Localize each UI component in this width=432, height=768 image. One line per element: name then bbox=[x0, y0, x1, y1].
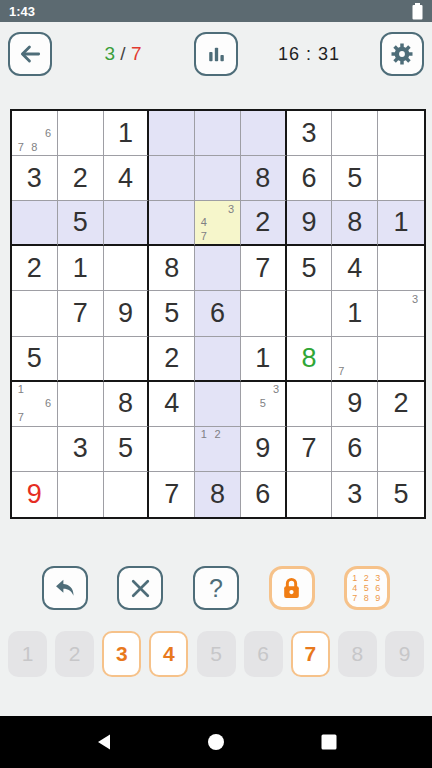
cell-r8c2[interactable]: 3 bbox=[58, 427, 104, 472]
cell-r8c8[interactable]: 6 bbox=[332, 427, 378, 472]
nav-back-icon[interactable] bbox=[95, 733, 113, 751]
numpad-3[interactable]: 3 bbox=[102, 631, 141, 677]
cell-r2c3[interactable]: 4 bbox=[104, 156, 150, 201]
cell-value: 8 bbox=[255, 165, 270, 192]
cell-r2c5[interactable] bbox=[195, 156, 241, 201]
cell-value: 9 bbox=[27, 481, 42, 508]
pencil-notes: 167 bbox=[14, 383, 55, 425]
score-correct: 3 bbox=[105, 43, 116, 64]
cell-value: 2 bbox=[394, 390, 409, 417]
lock-icon bbox=[278, 575, 305, 602]
gear-icon bbox=[388, 40, 416, 68]
cell-r1c3[interactable]: 1 bbox=[104, 111, 150, 156]
cell-r9c6[interactable]: 6 bbox=[241, 472, 287, 517]
cell-r6c1[interactable]: 5 bbox=[12, 337, 58, 382]
cell-r3c3[interactable] bbox=[104, 201, 150, 246]
cell-r7c8[interactable]: 9 bbox=[332, 382, 378, 427]
undo-icon bbox=[51, 575, 78, 602]
back-button[interactable] bbox=[8, 32, 52, 76]
cell-value: 5 bbox=[394, 481, 409, 508]
cell-r7c2[interactable] bbox=[58, 382, 104, 427]
cell-r4c4[interactable]: 8 bbox=[149, 246, 195, 291]
cell-value: 5 bbox=[164, 300, 179, 327]
cell-value: 6 bbox=[255, 481, 270, 508]
cell-r5c2[interactable]: 7 bbox=[58, 291, 104, 336]
cell-value: 1 bbox=[394, 209, 409, 236]
cell-r4c5[interactable] bbox=[195, 246, 241, 291]
cell-r5c4[interactable]: 5 bbox=[149, 291, 195, 336]
cell-r9c7[interactable] bbox=[287, 472, 333, 517]
cell-r3c9[interactable]: 1 bbox=[378, 201, 424, 246]
cell-value: 4 bbox=[118, 165, 133, 192]
cell-value: 1 bbox=[118, 120, 133, 147]
cell-value: 7 bbox=[302, 435, 317, 462]
numpad-4[interactable]: 4 bbox=[149, 631, 188, 677]
cell-r3c5[interactable]: 347 bbox=[195, 201, 241, 246]
cell-value: 5 bbox=[347, 165, 362, 192]
cell-value: 3 bbox=[27, 165, 42, 192]
cell-value: 1 bbox=[255, 345, 270, 372]
cell-value: 5 bbox=[73, 209, 88, 236]
cell-value: 9 bbox=[347, 390, 362, 417]
cell-r4c7[interactable]: 5 bbox=[287, 246, 333, 291]
notes-button[interactable]: 1 2 3 4 5 6 7 8 9 bbox=[344, 566, 390, 610]
numpad-7[interactable]: 7 bbox=[291, 631, 330, 677]
cell-r7c5[interactable] bbox=[195, 382, 241, 427]
cell-r7c7[interactable] bbox=[287, 382, 333, 427]
cell-r1c6[interactable] bbox=[241, 111, 287, 156]
cell-value: 6 bbox=[302, 165, 317, 192]
cell-r9c5[interactable]: 8 bbox=[195, 472, 241, 517]
cell-r6c2[interactable] bbox=[58, 337, 104, 382]
cell-r5c1[interactable] bbox=[12, 291, 58, 336]
cell-r8c7[interactable]: 7 bbox=[287, 427, 333, 472]
cell-value: 9 bbox=[302, 209, 317, 236]
cell-value: 8 bbox=[118, 390, 133, 417]
cell-r3c6[interactable]: 2 bbox=[241, 201, 287, 246]
pencil-notes: 678 bbox=[14, 112, 55, 154]
cell-r4c2[interactable]: 1 bbox=[58, 246, 104, 291]
score-wrong: 7 bbox=[131, 43, 142, 64]
cell-r3c4[interactable] bbox=[149, 201, 195, 246]
cell-r8c1[interactable] bbox=[12, 427, 58, 472]
cell-r4c6[interactable]: 7 bbox=[241, 246, 287, 291]
cell-r2c9[interactable] bbox=[378, 156, 424, 201]
status-bar: 1:43 bbox=[0, 0, 432, 22]
cell-value: 8 bbox=[302, 345, 317, 372]
back-arrow-icon bbox=[17, 41, 43, 67]
numpad-6[interactable]: 6 bbox=[244, 631, 283, 677]
cell-value: 9 bbox=[255, 435, 270, 462]
bar-chart-icon bbox=[204, 42, 229, 67]
cell-value: 5 bbox=[118, 435, 133, 462]
cell-r3c8[interactable]: 8 bbox=[332, 201, 378, 246]
cell-r6c8[interactable]: 7 bbox=[332, 337, 378, 382]
cell-r2c2[interactable]: 2 bbox=[58, 156, 104, 201]
number-pad: 123456789 bbox=[0, 631, 432, 677]
cell-value: 2 bbox=[164, 345, 179, 372]
undo-button[interactable] bbox=[42, 566, 88, 610]
pencil-notes: 12 bbox=[197, 428, 238, 470]
cell-r1c7[interactable]: 3 bbox=[287, 111, 333, 156]
cell-value: 5 bbox=[27, 345, 42, 372]
pencil-notes: 347 bbox=[197, 202, 238, 243]
cell-r8c4[interactable] bbox=[149, 427, 195, 472]
game-timer: 16 : 31 bbox=[238, 44, 380, 65]
numpad-2[interactable]: 2 bbox=[55, 631, 94, 677]
cell-value: 6 bbox=[210, 300, 225, 327]
cell-r9c2[interactable] bbox=[58, 472, 104, 517]
stats-button[interactable] bbox=[194, 32, 238, 76]
cell-r3c7[interactable]: 9 bbox=[287, 201, 333, 246]
cell-r7c6[interactable]: 35 bbox=[241, 382, 287, 427]
numpad-8[interactable]: 8 bbox=[338, 631, 377, 677]
cell-r6c9[interactable] bbox=[378, 337, 424, 382]
cell-r6c7[interactable]: 8 bbox=[287, 337, 333, 382]
cell-r5c5[interactable]: 6 bbox=[195, 291, 241, 336]
nav-home-icon[interactable] bbox=[207, 733, 225, 751]
cell-value: 7 bbox=[164, 481, 179, 508]
cell-value: 1 bbox=[73, 255, 88, 282]
numpad-1[interactable]: 1 bbox=[8, 631, 47, 677]
cell-r4c1[interactable]: 2 bbox=[12, 246, 58, 291]
cell-r6c5[interactable] bbox=[195, 337, 241, 382]
cell-value: 7 bbox=[73, 300, 88, 327]
cell-r5c8[interactable]: 1 bbox=[332, 291, 378, 336]
cell-r2c4[interactable] bbox=[149, 156, 195, 201]
cell-r1c5[interactable] bbox=[195, 111, 241, 156]
settings-button[interactable] bbox=[380, 32, 424, 76]
cell-value: 8 bbox=[210, 481, 225, 508]
cell-value: 3 bbox=[302, 120, 317, 147]
cell-r4c3[interactable] bbox=[104, 246, 150, 291]
cell-r7c1[interactable]: 167 bbox=[12, 382, 58, 427]
pencil-notes: 7 bbox=[334, 338, 375, 379]
cell-value: 6 bbox=[347, 435, 362, 462]
cell-value: 3 bbox=[73, 435, 88, 462]
x-icon bbox=[128, 576, 153, 601]
cell-value: 9 bbox=[118, 300, 133, 327]
status-time: 1:43 bbox=[9, 4, 35, 19]
lock-button[interactable] bbox=[269, 566, 315, 610]
cell-r5c3[interactable]: 9 bbox=[104, 291, 150, 336]
cell-r1c1[interactable]: 678 bbox=[12, 111, 58, 156]
cell-r6c6[interactable]: 1 bbox=[241, 337, 287, 382]
numpad-5[interactable]: 5 bbox=[197, 631, 236, 677]
pencil-notes: 35 bbox=[243, 383, 283, 425]
cell-value: 8 bbox=[347, 209, 362, 236]
cell-r9c4[interactable]: 7 bbox=[149, 472, 195, 517]
cell-r1c4[interactable] bbox=[149, 111, 195, 156]
cell-value: 2 bbox=[255, 209, 270, 236]
sudoku-board: 6781332486553472981218754795613521871678… bbox=[10, 109, 426, 519]
android-nav-bar bbox=[0, 716, 432, 768]
toolbar: ? 1 2 3 4 5 6 7 8 9 bbox=[0, 566, 432, 610]
score: 3 / 7 bbox=[52, 43, 194, 65]
cell-value: 4 bbox=[347, 255, 362, 282]
cell-r3c2[interactable]: 5 bbox=[58, 201, 104, 246]
cell-r3c1[interactable] bbox=[12, 201, 58, 246]
cell-value: 1 bbox=[347, 300, 362, 327]
cell-r6c3[interactable] bbox=[104, 337, 150, 382]
cell-r9c9[interactable]: 5 bbox=[378, 472, 424, 517]
cell-r9c1[interactable]: 9 bbox=[12, 472, 58, 517]
cell-value: 2 bbox=[27, 255, 42, 282]
cell-r8c6[interactable]: 9 bbox=[241, 427, 287, 472]
pencil-notes: 3 bbox=[380, 292, 422, 334]
question-mark-icon: ? bbox=[209, 574, 223, 603]
cell-r2c7[interactable]: 6 bbox=[287, 156, 333, 201]
cell-r2c6[interactable]: 8 bbox=[241, 156, 287, 201]
cell-r2c8[interactable]: 5 bbox=[332, 156, 378, 201]
cell-value: 5 bbox=[302, 255, 317, 282]
cell-r7c4[interactable]: 4 bbox=[149, 382, 195, 427]
cell-r7c9[interactable]: 2 bbox=[378, 382, 424, 427]
cell-value: 4 bbox=[164, 390, 179, 417]
cell-r9c8[interactable]: 3 bbox=[332, 472, 378, 517]
cell-r1c9[interactable] bbox=[378, 111, 424, 156]
cell-r4c8[interactable]: 4 bbox=[332, 246, 378, 291]
cell-r5c7[interactable] bbox=[287, 291, 333, 336]
cell-r2c1[interactable]: 3 bbox=[12, 156, 58, 201]
cell-r8c9[interactable] bbox=[378, 427, 424, 472]
notes-grid-icon: 1 2 3 4 5 6 7 8 9 bbox=[352, 573, 382, 603]
cell-r8c5[interactable]: 12 bbox=[195, 427, 241, 472]
cell-r5c6[interactable] bbox=[241, 291, 287, 336]
battery-icon bbox=[412, 3, 423, 20]
cell-r7c3[interactable]: 8 bbox=[104, 382, 150, 427]
cell-value: 3 bbox=[347, 481, 362, 508]
cell-value: 7 bbox=[255, 255, 270, 282]
cell-r6c4[interactable]: 2 bbox=[149, 337, 195, 382]
cell-value: 2 bbox=[73, 165, 88, 192]
cell-r1c2[interactable] bbox=[58, 111, 104, 156]
cell-r9c3[interactable] bbox=[104, 472, 150, 517]
header: 3 / 7 16 : 31 bbox=[0, 22, 432, 86]
erase-button[interactable] bbox=[117, 566, 163, 610]
hint-button[interactable]: ? bbox=[193, 566, 239, 610]
cell-value: 8 bbox=[164, 255, 179, 282]
cell-r4c9[interactable] bbox=[378, 246, 424, 291]
score-separator: / bbox=[115, 43, 131, 64]
cell-r1c8[interactable] bbox=[332, 111, 378, 156]
cell-r8c3[interactable]: 5 bbox=[104, 427, 150, 472]
numpad-9[interactable]: 9 bbox=[385, 631, 424, 677]
nav-recents-icon[interactable] bbox=[320, 733, 338, 751]
cell-r5c9[interactable]: 3 bbox=[378, 291, 424, 336]
